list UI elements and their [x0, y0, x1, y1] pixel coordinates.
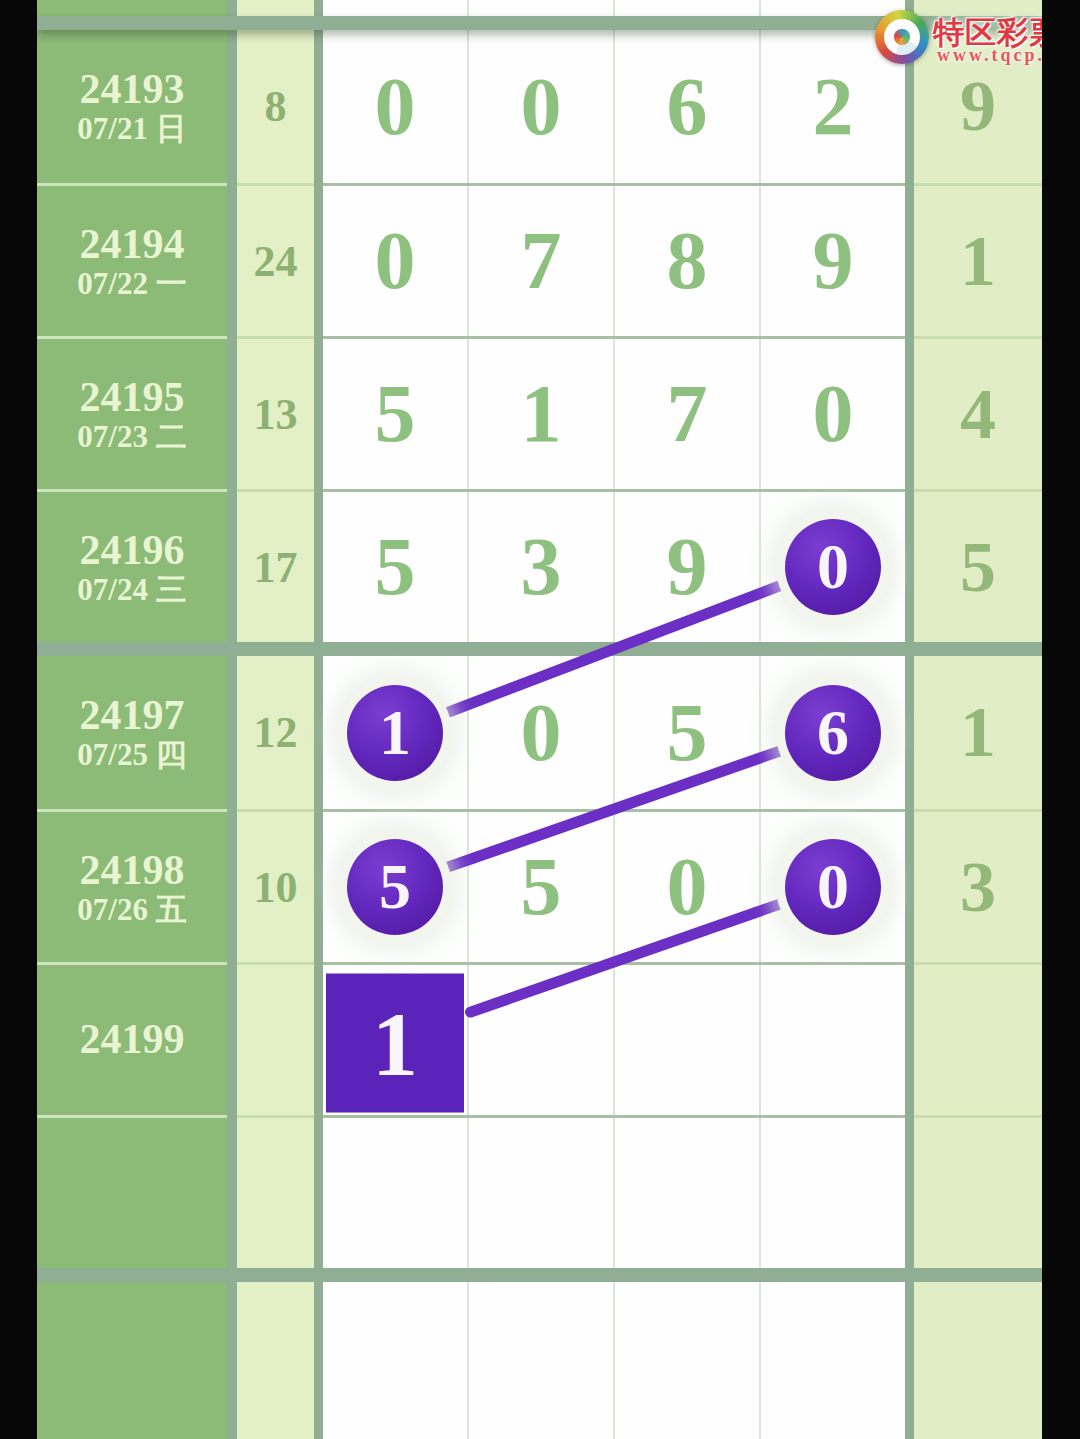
- column-border: [227, 336, 237, 489]
- column-border: [227, 489, 237, 642]
- column-border: [314, 656, 323, 809]
- digit-cell: 1: [323, 962, 467, 1115]
- sum-cell: 8: [237, 30, 314, 183]
- period-cell: 24197 07/25 四: [37, 656, 227, 809]
- draw-number: 24197: [80, 693, 185, 737]
- column-border: [314, 336, 323, 489]
- digit-cell: [615, 962, 759, 1115]
- tail-digit-cell: [914, 1282, 1042, 1439]
- table-row: [37, 1115, 1042, 1268]
- tail-digit-cell: [914, 962, 1042, 1115]
- column-border: [227, 656, 237, 809]
- period-cell: 24193 07/21 日: [37, 30, 227, 183]
- rows-container: 24193 07/21 日 8 0 0 6 2 9 24194 07/22 一 …: [37, 16, 1042, 1439]
- digit-cell: 0: [469, 30, 613, 183]
- digit-cell: [323, 1115, 467, 1268]
- draw-number: 24196: [80, 528, 185, 572]
- draw-number: 24193: [80, 67, 185, 111]
- draw-number: 24195: [80, 375, 185, 419]
- digit-cell: [761, 1115, 905, 1268]
- digit-cell: 3: [469, 489, 613, 642]
- column-border: [314, 1115, 323, 1268]
- digit-cell: [469, 1115, 613, 1268]
- table-row: 24195 07/23 二 13 5 1 7 0 4: [37, 336, 1042, 489]
- column-border: [314, 809, 323, 962]
- sum-cell: 10: [237, 809, 314, 962]
- draw-date: 07/25 四: [77, 739, 186, 772]
- period-cell: 24196 07/24 三: [37, 489, 227, 642]
- draw-date: 07/22 一: [77, 268, 186, 301]
- tail-digit-cell: [914, 1115, 1042, 1268]
- digit-cell: [469, 962, 613, 1115]
- column-border: [905, 962, 914, 1115]
- digit-cell: 0: [761, 809, 905, 962]
- draw-date: 07/21 日: [77, 113, 186, 146]
- period-cell: 24195 07/23 二: [37, 336, 227, 489]
- column-border: [905, 1115, 914, 1268]
- sum-cell: 13: [237, 336, 314, 489]
- digit-cell: 0: [469, 656, 613, 809]
- highlight-circle: 0: [785, 839, 881, 935]
- sum-cell: 12: [237, 656, 314, 809]
- digit-cell: 7: [615, 336, 759, 489]
- digit-cell: 5: [323, 809, 467, 962]
- highlight-circle: 5: [347, 839, 443, 935]
- digit-cell: 7: [469, 183, 613, 336]
- tail-digit-cell: 1: [914, 183, 1042, 336]
- digit-cell: [615, 1115, 759, 1268]
- trend-chart-board: 24193 07/21 日 8 0 0 6 2 9 24194 07/22 一 …: [37, 0, 1042, 1439]
- digit-cell: 0: [615, 809, 759, 962]
- digit-cell: 9: [761, 183, 905, 336]
- tail-digit-cell: 5: [914, 489, 1042, 642]
- table-row: 24194 07/22 一 24 0 7 8 9 1: [37, 183, 1042, 336]
- column-border: [905, 1282, 914, 1439]
- sum-cell: [237, 1115, 314, 1268]
- swirl-logo-icon: [875, 10, 929, 64]
- period-cell: [37, 1282, 227, 1439]
- column-border: [227, 30, 237, 183]
- digit-cell: 6: [761, 656, 905, 809]
- table-row: [37, 1282, 1042, 1439]
- column-border: [905, 809, 914, 962]
- sum-cell: 24: [237, 183, 314, 336]
- highlight-circle: 0: [785, 519, 881, 615]
- digit-cell: 0: [761, 336, 905, 489]
- table-row: 24197 07/25 四 12 1 0 5 6 1: [37, 656, 1042, 809]
- column-border: [314, 183, 323, 336]
- tail-digit-cell: 1: [914, 656, 1042, 809]
- digit-cell: 0: [323, 183, 467, 336]
- tail-digit-cell: 3: [914, 809, 1042, 962]
- site-logo[interactable]: 特区彩票网 www.tqcp.net: [875, 0, 1042, 72]
- group-border: [37, 642, 1042, 656]
- column-border: [905, 489, 914, 642]
- draw-date: 07/26 五: [77, 894, 186, 927]
- period-cell: 24199: [37, 962, 227, 1115]
- period-cell: 24198 07/26 五: [37, 809, 227, 962]
- digit-cell: [761, 962, 905, 1115]
- digit-cell: [469, 1282, 613, 1439]
- column-border: [314, 962, 323, 1115]
- column-border: [314, 30, 323, 183]
- period-cell: 24194 07/22 一: [37, 183, 227, 336]
- digit-cell: 8: [615, 183, 759, 336]
- digit-cell: 5: [469, 809, 613, 962]
- column-border: [905, 336, 914, 489]
- sum-cell: [237, 1282, 314, 1439]
- column-border: [905, 656, 914, 809]
- draw-number: 24194: [80, 222, 185, 266]
- column-border: [227, 962, 237, 1115]
- digit-cell: 1: [469, 336, 613, 489]
- column-border: [905, 183, 914, 336]
- tail-digit-cell: 4: [914, 336, 1042, 489]
- digit-cell: 0: [323, 30, 467, 183]
- digit-cell: [615, 1282, 759, 1439]
- digit-cell: 5: [323, 336, 467, 489]
- column-border: [227, 183, 237, 336]
- sum-cell: [237, 962, 314, 1115]
- site-url: www.tqcp.net: [937, 45, 1042, 66]
- column-border: [227, 809, 237, 962]
- column-border: [227, 1282, 237, 1439]
- draw-date: 07/24 三: [77, 574, 186, 607]
- draw-number: 24199: [80, 1017, 185, 1061]
- digit-cell: 0: [761, 489, 905, 642]
- digit-cell: [323, 1282, 467, 1439]
- digit-cell: 5: [615, 656, 759, 809]
- table-row: 24199 1: [37, 962, 1042, 1115]
- period-cell: [37, 1115, 227, 1268]
- table-row: 24198 07/26 五 10 5 5 0 0 3: [37, 809, 1042, 962]
- column-border: [314, 489, 323, 642]
- sum-cell: 17: [237, 489, 314, 642]
- digit-cell: 5: [323, 489, 467, 642]
- highlight-circle: 1: [347, 685, 443, 781]
- digit-cell: 6: [615, 30, 759, 183]
- table-row: 24196 07/24 三 17 5 3 9 0 5: [37, 489, 1042, 642]
- draw-number: 24198: [80, 848, 185, 892]
- column-border: [227, 1115, 237, 1268]
- column-border: [314, 1282, 323, 1439]
- digit-cell: 9: [615, 489, 759, 642]
- draw-date: 07/23 二: [77, 421, 186, 454]
- group-border: [37, 1268, 1042, 1282]
- highlight-circle: 6: [785, 685, 881, 781]
- highlight-square: 1: [326, 974, 464, 1113]
- digit-cell: [761, 1282, 905, 1439]
- digit-cell: 1: [323, 656, 467, 809]
